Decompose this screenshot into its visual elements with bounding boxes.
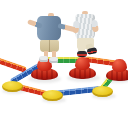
stone-cap — [112, 59, 127, 72]
left-child-shirt — [37, 16, 61, 41]
product-photo-balance-course — [0, 0, 128, 128]
yellow-corner-dome-right — [92, 86, 113, 97]
right-child-left-shoe — [77, 51, 87, 57]
right-child-right-shoe — [87, 47, 98, 55]
yellow-corner-dome-center — [42, 90, 63, 101]
red-stepping-stone-right — [106, 59, 128, 81]
left-child-right-shoe — [49, 57, 58, 63]
red-stepping-stone-center — [69, 57, 96, 79]
stone-cap — [75, 57, 90, 70]
yellow-corner-dome-left — [2, 81, 23, 92]
right-child-right-arm — [91, 20, 99, 33]
left-child-shorts — [40, 40, 59, 52]
left-child-left-shoe — [39, 56, 48, 62]
